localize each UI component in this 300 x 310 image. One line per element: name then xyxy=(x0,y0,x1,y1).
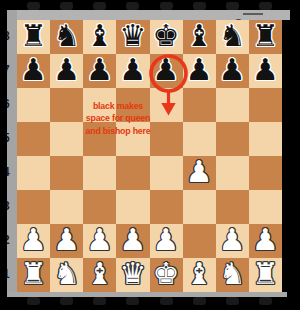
clipped-piece-top-icon xyxy=(160,2,173,10)
piece-black-queen[interactable]: ♛ xyxy=(119,21,146,51)
piece-black-pawn[interactable]: ♟ xyxy=(53,55,80,85)
square-b8[interactable]: ♞ xyxy=(50,20,83,54)
clipped-rank-label-3: 3 xyxy=(7,200,17,213)
square-a8[interactable]: ♜ xyxy=(17,20,50,54)
crop-strip-bottom xyxy=(7,292,287,297)
piece-white-pawn[interactable]: ♟ xyxy=(252,225,279,255)
square-f1[interactable]: ♝ xyxy=(183,258,216,292)
square-g4[interactable] xyxy=(216,156,249,190)
square-b1[interactable]: ♞ xyxy=(50,258,83,292)
piece-white-knight[interactable]: ♞ xyxy=(219,259,246,289)
video-frame: 87654321 ♜♞♝♛♚♝♞♜♟♟♟♟♟♟♟♟♟♟♟♟♟♟♟♟♜♞♝♛♚♝♞… xyxy=(0,0,300,310)
square-h6[interactable] xyxy=(249,88,282,122)
square-h1[interactable]: ♜ xyxy=(249,258,282,292)
square-e8[interactable]: ♚ xyxy=(150,20,183,54)
clipped-rank-label-2: 2 xyxy=(7,234,17,247)
square-f4[interactable]: ♟ xyxy=(183,156,216,190)
piece-black-knight[interactable]: ♞ xyxy=(219,21,246,51)
square-d8[interactable]: ♛ xyxy=(116,20,149,54)
square-c8[interactable]: ♝ xyxy=(83,20,116,54)
clipped-piece-top-icon xyxy=(226,2,239,10)
piece-black-pawn[interactable]: ♟ xyxy=(153,55,180,85)
piece-white-king[interactable]: ♚ xyxy=(153,259,180,289)
square-c6[interactable] xyxy=(83,88,116,122)
square-d6[interactable] xyxy=(116,88,149,122)
square-e2[interactable]: ♟ xyxy=(150,224,183,258)
square-a2[interactable]: ♟ xyxy=(17,224,50,258)
square-g1[interactable]: ♞ xyxy=(216,258,249,292)
square-g6[interactable] xyxy=(216,88,249,122)
square-h5[interactable] xyxy=(249,122,282,156)
piece-black-pawn[interactable]: ♟ xyxy=(186,55,213,85)
piece-white-pawn[interactable]: ♟ xyxy=(219,225,246,255)
clipped-piece-top-icon xyxy=(193,2,206,10)
square-a3[interactable] xyxy=(17,190,50,224)
piece-black-knight[interactable]: ♞ xyxy=(53,21,80,51)
piece-white-pawn[interactable]: ♟ xyxy=(20,225,47,255)
clipped-piece-top-icon xyxy=(93,297,106,305)
piece-black-bishop[interactable]: ♝ xyxy=(86,21,113,51)
piece-white-bishop[interactable]: ♝ xyxy=(186,259,213,289)
square-d1[interactable]: ♛ xyxy=(116,258,149,292)
square-d2[interactable]: ♟ xyxy=(116,224,149,258)
square-f6[interactable] xyxy=(183,88,216,122)
piece-white-pawn[interactable]: ♟ xyxy=(153,225,180,255)
clipped-piece-top-icon xyxy=(259,297,272,305)
clipped-piece-top-icon xyxy=(60,297,73,305)
square-g7[interactable]: ♟ xyxy=(216,54,249,88)
piece-black-king[interactable]: ♚ xyxy=(153,21,180,51)
clipped-rank-label-1: 1 xyxy=(7,268,17,281)
piece-white-pawn[interactable]: ♟ xyxy=(53,225,80,255)
clipped-piece-top-icon xyxy=(126,2,139,10)
square-c5[interactable] xyxy=(83,122,116,156)
piece-white-bishop[interactable]: ♝ xyxy=(86,259,113,289)
clipped-piece-top-icon xyxy=(27,297,40,305)
piece-black-pawn[interactable]: ♟ xyxy=(219,55,246,85)
piece-black-pawn[interactable]: ♟ xyxy=(252,55,279,85)
piece-black-pawn[interactable]: ♟ xyxy=(86,55,113,85)
square-b6[interactable] xyxy=(50,88,83,122)
clipped-rank-label-7: 7 xyxy=(7,64,17,77)
crop-strip-top xyxy=(7,10,290,20)
square-f2[interactable] xyxy=(183,224,216,258)
square-g2[interactable]: ♟ xyxy=(216,224,249,258)
square-h4[interactable] xyxy=(249,156,282,190)
square-f5[interactable] xyxy=(183,122,216,156)
square-c3[interactable] xyxy=(83,190,116,224)
square-e7[interactable]: ♟ xyxy=(150,54,183,88)
piece-black-pawn[interactable]: ♟ xyxy=(119,55,146,85)
square-d5[interactable] xyxy=(116,122,149,156)
square-e3[interactable] xyxy=(150,190,183,224)
clipped-piece-top-icon xyxy=(126,297,139,305)
clipped-rank-label-5: 5 xyxy=(7,132,17,145)
square-g3[interactable] xyxy=(216,190,249,224)
square-a4[interactable] xyxy=(17,156,50,190)
clipped-piece-top-icon xyxy=(193,297,206,305)
piece-white-pawn[interactable]: ♟ xyxy=(86,225,113,255)
crop-strip-left: 87654321 xyxy=(7,10,17,297)
piece-white-knight[interactable]: ♞ xyxy=(53,259,80,289)
square-d3[interactable] xyxy=(116,190,149,224)
square-h8[interactable]: ♜ xyxy=(249,20,282,54)
square-g8[interactable]: ♞ xyxy=(216,20,249,54)
square-c7[interactable]: ♟ xyxy=(83,54,116,88)
clipped-piece-top-icon xyxy=(259,2,272,10)
square-a1[interactable]: ♜ xyxy=(17,258,50,292)
square-b3[interactable] xyxy=(50,190,83,224)
square-g5[interactable] xyxy=(216,122,249,156)
piece-black-pawn[interactable]: ♟ xyxy=(20,55,47,85)
square-e6[interactable] xyxy=(150,88,183,122)
clipped-piece-top-icon xyxy=(60,2,73,10)
square-f8[interactable]: ♝ xyxy=(183,20,216,54)
piece-black-bishop[interactable]: ♝ xyxy=(186,21,213,51)
clipped-piece-top-icon xyxy=(27,2,40,10)
square-a6[interactable] xyxy=(17,88,50,122)
piece-black-rook[interactable]: ♜ xyxy=(20,21,47,51)
square-h2[interactable]: ♟ xyxy=(249,224,282,258)
square-b2[interactable]: ♟ xyxy=(50,224,83,258)
chess-board: ♜♞♝♛♚♝♞♜♟♟♟♟♟♟♟♟♟♟♟♟♟♟♟♟♜♞♝♛♚♝♞♜ xyxy=(17,20,282,292)
clipped-rank-label-6: 6 xyxy=(7,98,17,111)
piece-white-pawn[interactable]: ♟ xyxy=(186,157,213,187)
square-a7[interactable]: ♟ xyxy=(17,54,50,88)
square-h7[interactable]: ♟ xyxy=(249,54,282,88)
square-c2[interactable]: ♟ xyxy=(83,224,116,258)
square-d7[interactable]: ♟ xyxy=(116,54,149,88)
square-e5[interactable] xyxy=(150,122,183,156)
square-d4[interactable] xyxy=(116,156,149,190)
piece-white-rook[interactable]: ♜ xyxy=(20,259,47,289)
square-f7[interactable]: ♟ xyxy=(183,54,216,88)
square-h3[interactable] xyxy=(249,190,282,224)
square-c1[interactable]: ♝ xyxy=(83,258,116,292)
square-b7[interactable]: ♟ xyxy=(50,54,83,88)
square-b5[interactable] xyxy=(50,122,83,156)
piece-white-queen[interactable]: ♛ xyxy=(119,259,146,289)
clipped-piece-top-icon xyxy=(226,297,239,305)
square-a5[interactable] xyxy=(17,122,50,156)
square-c4[interactable] xyxy=(83,156,116,190)
square-f3[interactable] xyxy=(183,190,216,224)
piece-white-pawn[interactable]: ♟ xyxy=(119,225,146,255)
clipped-piece-top-icon xyxy=(93,2,106,10)
crop-strip-line xyxy=(243,13,263,15)
square-e1[interactable]: ♚ xyxy=(150,258,183,292)
clipped-rank-label-8: 8 xyxy=(7,30,17,43)
piece-white-rook[interactable]: ♜ xyxy=(252,259,279,289)
clipped-rank-label-4: 4 xyxy=(7,166,17,179)
square-e4[interactable] xyxy=(150,156,183,190)
clipped-piece-top-icon xyxy=(160,297,173,305)
square-b4[interactable] xyxy=(50,156,83,190)
piece-black-rook[interactable]: ♜ xyxy=(252,21,279,51)
